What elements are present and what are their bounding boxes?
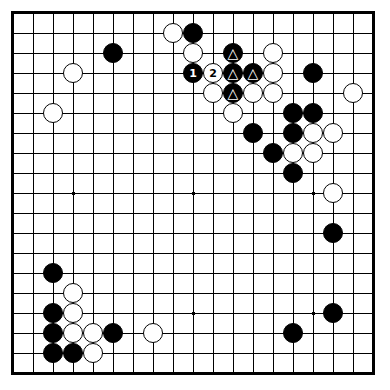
black-stone: [43, 323, 63, 343]
triangle-mark-icon: △: [248, 66, 259, 80]
black-stone: [43, 303, 63, 323]
triangle-mark-icon: △: [228, 66, 239, 80]
black-stone: [303, 103, 323, 123]
black-stone: [303, 63, 323, 83]
black-stone: [263, 143, 283, 163]
triangle-mark-icon: △: [228, 46, 239, 60]
grid-line-horizontal: [13, 233, 374, 234]
white-stone: [43, 103, 63, 123]
move-1-black-stone: 1: [183, 63, 203, 83]
white-stone: [63, 63, 83, 83]
white-stone: [283, 143, 303, 163]
black-stone: [283, 323, 303, 343]
black-stone: [283, 103, 303, 123]
white-stone: [143, 323, 163, 343]
black-stone: [183, 23, 203, 43]
grid-line-vertical: [293, 13, 294, 374]
black-stone: [43, 343, 63, 363]
white-stone: [263, 63, 283, 83]
white-stone: [63, 323, 83, 343]
black-stone-triangle-marked: △: [223, 83, 243, 103]
black-stone: [63, 343, 83, 363]
black-stone: [283, 163, 303, 183]
move-2-white-stone: 2: [203, 63, 223, 83]
white-stone: [203, 83, 223, 103]
star-point: [72, 192, 75, 195]
black-stone: [103, 43, 123, 63]
black-stone: [243, 123, 263, 143]
black-stone-triangle-marked: △: [223, 63, 243, 83]
grid-line-horizontal: [13, 273, 374, 274]
white-stone: [303, 123, 323, 143]
white-stone: [163, 23, 183, 43]
white-stone: [263, 43, 283, 63]
triangle-mark-icon: △: [228, 86, 239, 100]
white-stone: [183, 43, 203, 63]
black-stone-triangle-marked: △: [223, 43, 243, 63]
move-number-label: 1: [189, 68, 197, 79]
star-point: [192, 312, 195, 315]
white-stone: [323, 183, 343, 203]
white-stone: [63, 283, 83, 303]
star-point: [312, 312, 315, 315]
white-stone: [323, 123, 343, 143]
grid-line-horizontal: [13, 253, 374, 254]
white-stone: [63, 303, 83, 323]
white-stone: [223, 103, 243, 123]
grid-line-horizontal: [13, 213, 374, 214]
black-stone: [43, 263, 63, 283]
star-point: [312, 192, 315, 195]
white-stone: [243, 83, 263, 103]
go-board[interactable]: △12△△△: [0, 0, 390, 390]
white-stone: [83, 323, 103, 343]
white-stone: [303, 143, 323, 163]
black-stone: [103, 323, 123, 343]
black-stone: [323, 223, 343, 243]
black-stone-triangle-marked: △: [243, 63, 263, 83]
grid-line-vertical: [353, 13, 354, 374]
black-stone: [323, 303, 343, 323]
star-point: [192, 192, 195, 195]
white-stone: [343, 83, 363, 103]
white-stone: [83, 343, 103, 363]
go-diagram: △12△△△: [0, 0, 390, 390]
move-number-label: 2: [209, 68, 217, 79]
black-stone: [283, 123, 303, 143]
white-stone: [263, 83, 283, 103]
